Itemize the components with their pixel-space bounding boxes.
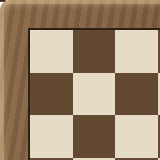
piece-h1-white-rook[interactable]: ♜ — [0, 0, 7, 3]
pieces-layer: ♜♞♝♛♚♝♞♜♟♟♟♟♟♟♟♟♟♟♟♟♟♟♟♟♜♞♝♛♚♝♞♜ — [0, 0, 160, 160]
chess-computer-photo: ♜♞♝♛♚♝♞♜♟♟♟♟♟♟♟♟♟♟♟♟♟♟♟♟♜♞♝♛♚♝♞♜ — [0, 0, 160, 160]
